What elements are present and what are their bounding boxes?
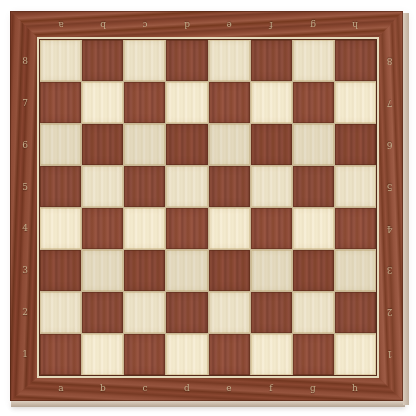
square-c6[interactable] bbox=[124, 124, 165, 165]
square-g1[interactable] bbox=[293, 334, 334, 375]
square-d8[interactable] bbox=[166, 40, 207, 81]
square-g5[interactable] bbox=[293, 166, 334, 207]
board-grid bbox=[40, 40, 376, 375]
square-a7[interactable] bbox=[40, 82, 81, 123]
square-a5[interactable] bbox=[40, 166, 81, 207]
square-c2[interactable] bbox=[124, 292, 165, 333]
square-a8[interactable] bbox=[40, 40, 81, 81]
square-a3[interactable] bbox=[40, 250, 81, 291]
square-b8[interactable] bbox=[82, 40, 123, 81]
square-b4[interactable] bbox=[82, 208, 123, 249]
square-b2[interactable] bbox=[82, 292, 123, 333]
square-e7[interactable] bbox=[209, 82, 250, 123]
square-b3[interactable] bbox=[82, 250, 123, 291]
square-b5[interactable] bbox=[82, 166, 123, 207]
square-g7[interactable] bbox=[293, 82, 334, 123]
square-h3[interactable] bbox=[335, 250, 376, 291]
square-d5[interactable] bbox=[166, 166, 207, 207]
square-f3[interactable] bbox=[251, 250, 292, 291]
square-c4[interactable] bbox=[124, 208, 165, 249]
square-f5[interactable] bbox=[251, 166, 292, 207]
square-d3[interactable] bbox=[166, 250, 207, 291]
frame-right bbox=[376, 11, 403, 401]
square-e1[interactable] bbox=[209, 334, 250, 375]
frame-left bbox=[10, 11, 40, 401]
square-h5[interactable] bbox=[335, 166, 376, 207]
square-f2[interactable] bbox=[251, 292, 292, 333]
square-c3[interactable] bbox=[124, 250, 165, 291]
square-d1[interactable] bbox=[166, 334, 207, 375]
square-a1[interactable] bbox=[40, 334, 81, 375]
square-f7[interactable] bbox=[251, 82, 292, 123]
square-g2[interactable] bbox=[293, 292, 334, 333]
square-f4[interactable] bbox=[251, 208, 292, 249]
square-h8[interactable] bbox=[335, 40, 376, 81]
board-bottom-edge bbox=[11, 401, 405, 407]
square-e4[interactable] bbox=[209, 208, 250, 249]
square-f6[interactable] bbox=[251, 124, 292, 165]
square-b1[interactable] bbox=[82, 334, 123, 375]
square-g3[interactable] bbox=[293, 250, 334, 291]
square-a4[interactable] bbox=[40, 208, 81, 249]
square-b6[interactable] bbox=[82, 124, 123, 165]
square-d6[interactable] bbox=[166, 124, 207, 165]
square-c1[interactable] bbox=[124, 334, 165, 375]
square-e3[interactable] bbox=[209, 250, 250, 291]
square-a2[interactable] bbox=[40, 292, 81, 333]
square-d2[interactable] bbox=[166, 292, 207, 333]
square-h2[interactable] bbox=[335, 292, 376, 333]
square-h4[interactable] bbox=[335, 208, 376, 249]
square-g4[interactable] bbox=[293, 208, 334, 249]
square-e5[interactable] bbox=[209, 166, 250, 207]
board-right-edge bbox=[403, 13, 409, 405]
square-a6[interactable] bbox=[40, 124, 81, 165]
square-g8[interactable] bbox=[293, 40, 334, 81]
frame-top bbox=[10, 11, 403, 40]
square-h6[interactable] bbox=[335, 124, 376, 165]
frame-bottom bbox=[10, 375, 403, 401]
square-c7[interactable] bbox=[124, 82, 165, 123]
square-h7[interactable] bbox=[335, 82, 376, 123]
square-f1[interactable] bbox=[251, 334, 292, 375]
square-e2[interactable] bbox=[209, 292, 250, 333]
square-d4[interactable] bbox=[166, 208, 207, 249]
square-b7[interactable] bbox=[82, 82, 123, 123]
inlay-stripe bbox=[37, 37, 379, 378]
groove-line bbox=[39, 39, 377, 376]
square-d7[interactable] bbox=[166, 82, 207, 123]
square-c5[interactable] bbox=[124, 166, 165, 207]
photo-background: a b c d e f g h a b c d e f g h 8 7 bbox=[0, 0, 416, 416]
square-g6[interactable] bbox=[293, 124, 334, 165]
square-e6[interactable] bbox=[209, 124, 250, 165]
board-face: a b c d e f g h a b c d e f g h 8 7 bbox=[10, 11, 403, 401]
square-c8[interactable] bbox=[124, 40, 165, 81]
chess-board: a b c d e f g h a b c d e f g h 8 7 bbox=[10, 11, 409, 407]
square-h1[interactable] bbox=[335, 334, 376, 375]
square-f8[interactable] bbox=[251, 40, 292, 81]
square-e8[interactable] bbox=[209, 40, 250, 81]
